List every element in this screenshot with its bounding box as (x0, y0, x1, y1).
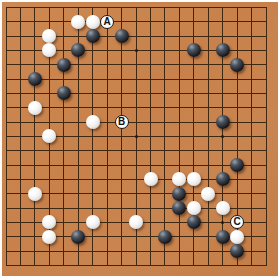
grid-line-vertical (63, 8, 64, 267)
star-point (135, 49, 138, 52)
white-stone[interactable] (28, 101, 42, 115)
white-stone[interactable] (28, 187, 42, 201)
grid-line-horizontal (6, 79, 267, 80)
white-stone[interactable] (187, 201, 201, 215)
star-point (135, 135, 138, 138)
grid-line-vertical (107, 8, 108, 267)
black-stone[interactable] (230, 58, 244, 72)
grid-line-vertical (20, 8, 21, 267)
black-stone[interactable] (86, 29, 100, 43)
black-stone[interactable] (216, 230, 230, 244)
grid-line-vertical (179, 8, 180, 267)
white-stone[interactable] (201, 187, 215, 201)
grid-line-horizontal (6, 21, 267, 22)
grid-line-horizontal (6, 165, 267, 166)
white-stone[interactable] (144, 172, 158, 186)
go-board-screenshot: ABC (0, 0, 280, 278)
grid-line-vertical (164, 8, 165, 267)
grid-line-vertical (208, 8, 209, 267)
grid-line-vertical (251, 8, 252, 267)
black-stone[interactable] (158, 230, 172, 244)
black-stone[interactable] (71, 230, 85, 244)
white-stone[interactable] (86, 115, 100, 129)
grid-line-vertical (34, 8, 35, 267)
grid-line-horizontal (6, 64, 267, 65)
grid-line-vertical (150, 8, 151, 267)
grid-line-horizontal (6, 7, 267, 8)
grid-line-vertical (6, 8, 7, 267)
white-stone[interactable] (216, 201, 230, 215)
grid-line-vertical (266, 8, 267, 267)
label-A[interactable]: A (100, 15, 114, 29)
white-stone[interactable] (86, 15, 100, 29)
black-stone[interactable] (57, 58, 71, 72)
white-stone[interactable] (71, 15, 85, 29)
grid-line-horizontal (6, 265, 267, 266)
grid-line-horizontal (6, 107, 267, 108)
white-stone[interactable] (230, 230, 244, 244)
black-stone[interactable] (216, 115, 230, 129)
grid-line-horizontal (6, 93, 267, 94)
grid-line-vertical (121, 8, 122, 267)
black-stone[interactable] (115, 29, 129, 43)
grid-line-horizontal (6, 193, 267, 194)
label-B[interactable]: B (115, 115, 129, 129)
grid-line-horizontal (6, 251, 267, 252)
grid-line-horizontal (6, 150, 267, 151)
black-stone[interactable] (28, 72, 42, 86)
